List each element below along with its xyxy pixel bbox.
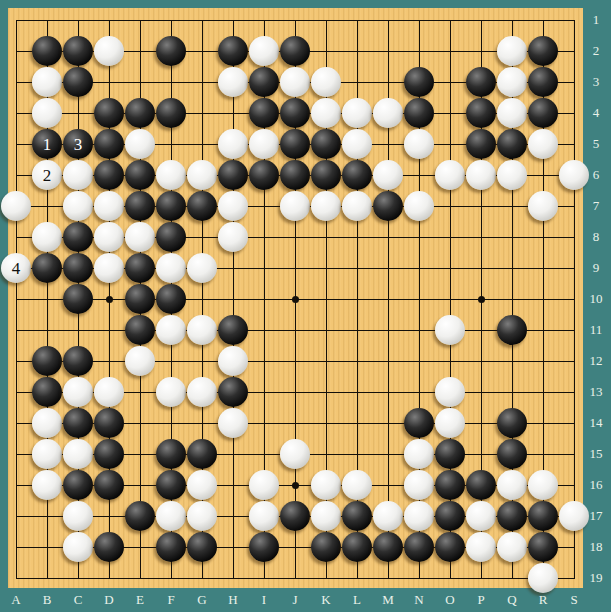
black-stone [373,532,403,562]
black-stone [249,532,279,562]
grid-line-vertical [16,20,17,579]
white-stone [63,377,93,407]
row-label: 8 [593,229,600,245]
black-stone [63,408,93,438]
star-point [106,296,113,303]
column-label: L [353,592,361,608]
black-stone [435,501,465,531]
row-label: 18 [590,539,603,555]
white-stone [249,470,279,500]
black-stone [125,160,155,190]
white-stone [94,36,124,66]
white-stone [435,377,465,407]
star-point [292,296,299,303]
white-stone [156,160,186,190]
white-stone [156,501,186,531]
black-stone [125,501,155,531]
black-stone [497,129,527,159]
white-stone [466,160,496,190]
row-label: 12 [590,353,603,369]
white-stone [63,501,93,531]
column-label: S [570,592,577,608]
black-stone [156,98,186,128]
black-stone [156,439,186,469]
white-stone [63,160,93,190]
white-stone [187,160,217,190]
white-stone [466,532,496,562]
black-stone [497,439,527,469]
white-stone [63,191,93,221]
black-stone [311,160,341,190]
black-stone [125,284,155,314]
black-stone [156,36,186,66]
white-stone [497,160,527,190]
black-stone [311,532,341,562]
row-label: 11 [590,322,603,338]
column-label: E [136,592,144,608]
black-stone [249,67,279,97]
black-stone [435,470,465,500]
go-app-window: 1324 ABCDEFGHIJKLMNOPQRS1234567891011121… [0,0,611,612]
black-stone [63,346,93,376]
column-label: Q [507,592,516,608]
black-stone [156,222,186,252]
black-stone [94,532,124,562]
black-stone [497,408,527,438]
white-stone [373,98,403,128]
row-label: 4 [593,105,600,121]
white-stone [187,501,217,531]
black-stone [249,98,279,128]
white-stone [280,439,310,469]
column-label: M [382,592,394,608]
white-stone [187,253,217,283]
black-stone [125,253,155,283]
black-stone [63,36,93,66]
black-stone [156,532,186,562]
white-stone [218,129,248,159]
white-stone [342,98,372,128]
black-stone [156,191,186,221]
black-stone [63,67,93,97]
white-stone [218,222,248,252]
white-stone [373,160,403,190]
black-stone [342,160,372,190]
white-stone [559,160,589,190]
black-stone [528,98,558,128]
white-stone [32,222,62,252]
column-label: C [74,592,83,608]
row-label: 15 [590,446,603,462]
black-stone [94,470,124,500]
black-stone [156,284,186,314]
white-stone [435,408,465,438]
go-board[interactable]: 1324 [8,8,583,588]
black-stone [187,191,217,221]
column-label: A [11,592,20,608]
white-stone [249,36,279,66]
white-stone [528,191,558,221]
black-stone [466,67,496,97]
white-stone [125,222,155,252]
black-stone [218,36,248,66]
white-stone [94,222,124,252]
black-stone [497,315,527,345]
move-number-stone: 1 [32,129,62,159]
black-stone [125,315,155,345]
black-stone [280,501,310,531]
column-label: N [414,592,423,608]
move-number-stone: 2 [32,160,62,190]
white-stone [94,191,124,221]
move-number-stone: 3 [63,129,93,159]
white-stone [156,315,186,345]
black-stone [404,408,434,438]
white-stone [63,532,93,562]
white-stone [94,377,124,407]
black-stone [94,160,124,190]
white-stone [32,98,62,128]
white-stone [32,439,62,469]
row-label: 1 [593,12,600,28]
black-stone [156,470,186,500]
black-stone [404,532,434,562]
white-stone [156,253,186,283]
black-stone [466,470,496,500]
black-stone [404,67,434,97]
white-stone [528,470,558,500]
move-number-stone: 4 [1,253,31,283]
white-stone [1,191,31,221]
white-stone [218,408,248,438]
row-label: 9 [593,260,600,276]
white-stone [32,408,62,438]
black-stone [63,253,93,283]
column-label: P [477,592,484,608]
black-stone [94,98,124,128]
black-stone [342,532,372,562]
grid-line-vertical [233,20,234,579]
black-stone [435,439,465,469]
white-stone [342,129,372,159]
black-stone [342,501,372,531]
white-stone [156,377,186,407]
black-stone [249,160,279,190]
black-stone [218,160,248,190]
star-point [292,482,299,489]
black-stone [94,129,124,159]
black-stone [280,98,310,128]
white-stone [94,253,124,283]
white-stone [528,563,558,593]
row-label: 5 [593,136,600,152]
column-label: D [104,592,113,608]
row-label: 10 [590,291,603,307]
white-stone [311,191,341,221]
column-label: H [228,592,237,608]
white-stone [404,439,434,469]
white-stone [32,470,62,500]
black-stone [280,129,310,159]
black-stone [466,129,496,159]
white-stone [497,36,527,66]
white-stone [280,191,310,221]
white-stone [311,67,341,97]
white-stone [404,129,434,159]
row-label: 6 [593,167,600,183]
row-label: 2 [593,43,600,59]
white-stone [528,129,558,159]
black-stone [218,315,248,345]
column-label: J [292,592,297,608]
black-stone [125,98,155,128]
black-stone [528,36,558,66]
black-stone [435,532,465,562]
column-label: I [262,592,266,608]
white-stone [559,501,589,531]
star-point [478,296,485,303]
black-stone [311,129,341,159]
white-stone [497,98,527,128]
white-stone [280,67,310,97]
white-stone [187,377,217,407]
column-label: G [197,592,206,608]
black-stone [528,67,558,97]
white-stone [373,501,403,531]
white-stone [63,439,93,469]
white-stone [249,501,279,531]
black-stone [125,191,155,221]
black-stone [32,377,62,407]
black-stone [528,532,558,562]
grid-line-vertical [574,20,575,579]
black-stone [404,98,434,128]
white-stone [435,160,465,190]
row-label: 19 [590,570,603,586]
white-stone [218,346,248,376]
white-stone [404,501,434,531]
white-stone [32,67,62,97]
white-stone [311,501,341,531]
white-stone [342,191,372,221]
white-stone [311,470,341,500]
black-stone [63,284,93,314]
column-label: B [43,592,52,608]
white-stone [249,129,279,159]
white-stone [497,470,527,500]
column-label: K [321,592,330,608]
column-label: O [445,592,454,608]
white-stone [497,532,527,562]
row-label: 17 [590,508,603,524]
white-stone [497,67,527,97]
white-stone [125,129,155,159]
black-stone [280,36,310,66]
row-label: 7 [593,198,600,214]
black-stone [280,160,310,190]
white-stone [311,98,341,128]
column-label: R [539,592,548,608]
column-label: F [167,592,174,608]
white-stone [218,191,248,221]
black-stone [528,501,558,531]
white-stone [125,346,155,376]
white-stone [218,67,248,97]
white-stone [435,315,465,345]
white-stone [404,191,434,221]
black-stone [32,346,62,376]
black-stone [497,501,527,531]
white-stone [404,470,434,500]
black-stone [63,222,93,252]
black-stone [94,408,124,438]
black-stone [373,191,403,221]
black-stone [187,439,217,469]
white-stone [187,315,217,345]
white-stone [187,470,217,500]
black-stone [187,532,217,562]
row-label: 14 [590,415,603,431]
black-stone [32,36,62,66]
row-label: 3 [593,74,600,90]
black-stone [94,439,124,469]
black-stone [32,253,62,283]
black-stone [218,377,248,407]
black-stone [466,98,496,128]
white-stone [342,470,372,500]
row-label: 16 [590,477,603,493]
black-stone [63,470,93,500]
row-label: 13 [590,384,603,400]
white-stone [466,501,496,531]
